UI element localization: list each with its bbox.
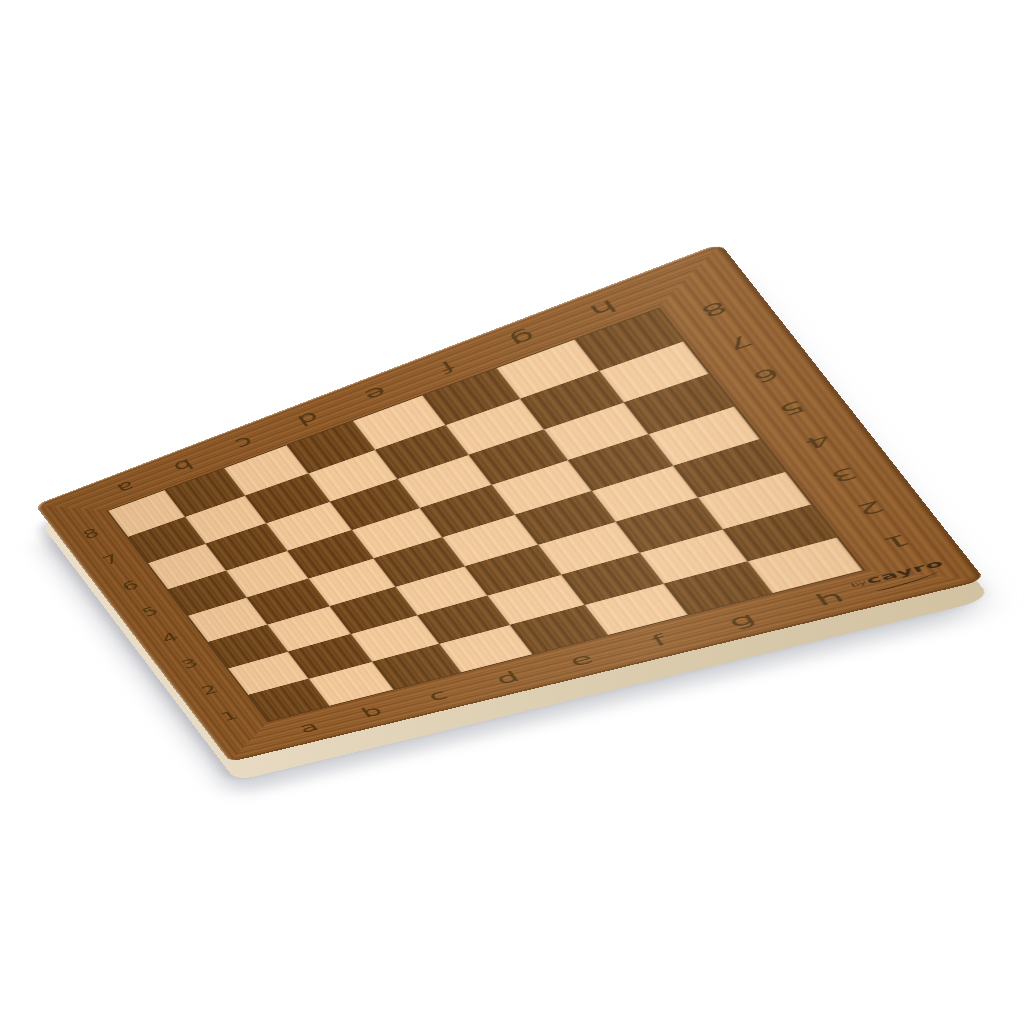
chess-board: aa88bb77cc66dd55ee44ff33gg22hh11 by cayr… <box>35 243 985 762</box>
brand-prefix: by <box>849 580 868 588</box>
product-photo-stage: aa88bb77cc66dd55ee44ff33gg22hh11 by cayr… <box>0 0 1024 1024</box>
